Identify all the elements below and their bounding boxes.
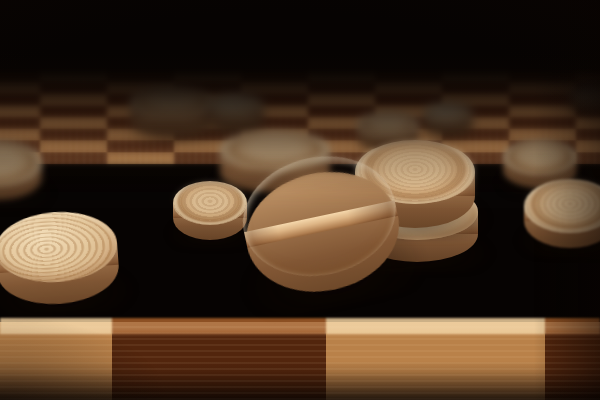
piece-top-face xyxy=(208,92,264,118)
piece-top-face xyxy=(503,139,577,175)
piece-top-face xyxy=(130,85,214,117)
checkers-photo xyxy=(0,0,600,400)
checker-far-left-pair-a xyxy=(130,85,214,137)
checker-far-right-distant xyxy=(570,83,600,114)
checker-back-center-b xyxy=(423,102,473,135)
piece-top-face xyxy=(357,111,419,137)
checker-foreground-left xyxy=(0,208,121,308)
checker-right-edge xyxy=(524,179,600,248)
checker-far-left-pair-b xyxy=(208,92,264,133)
checker-left-edge xyxy=(0,140,42,200)
piece-top-face xyxy=(423,102,473,124)
checkers-pieces-layer xyxy=(0,0,600,400)
